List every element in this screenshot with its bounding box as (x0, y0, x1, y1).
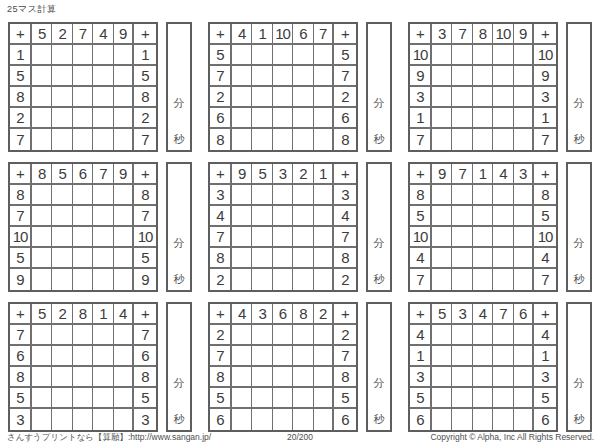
answer-cell[interactable] (273, 367, 293, 388)
minutes-label: 分 (368, 376, 390, 391)
answer-cell[interactable] (252, 227, 272, 248)
answer-cell[interactable] (293, 206, 313, 227)
row-label-cell: 7 (534, 129, 556, 150)
answer-cell[interactable] (232, 129, 252, 150)
answer-cell[interactable] (73, 87, 93, 108)
answer-cell[interactable] (314, 227, 334, 248)
answer-cell[interactable] (452, 269, 472, 290)
answer-cell[interactable] (252, 206, 272, 227)
answer-cell[interactable] (273, 409, 293, 430)
row-label-cell: 2 (210, 269, 232, 290)
answer-cell[interactable] (293, 87, 313, 108)
answer-cell[interactable] (452, 325, 472, 346)
row-label-cell: 5 (334, 45, 356, 66)
answer-cell[interactable] (514, 108, 534, 129)
answer-cell[interactable] (273, 206, 293, 227)
operator-cell: + (334, 304, 356, 325)
answer-cell[interactable] (314, 346, 334, 367)
header-cell: 5 (32, 304, 52, 325)
answer-cell[interactable] (232, 108, 252, 129)
answer-cell[interactable] (93, 367, 113, 388)
answer-cell[interactable] (432, 367, 452, 388)
row-label-cell: 2 (334, 269, 356, 290)
answer-cell[interactable] (493, 206, 513, 227)
answer-cell[interactable] (252, 108, 272, 129)
answer-cell[interactable] (73, 206, 93, 227)
calc-block-4: +85679+887710105599分秒 (8, 162, 200, 292)
answer-cell[interactable] (432, 388, 452, 409)
answer-cell[interactable] (493, 66, 513, 87)
answer-cell[interactable] (232, 388, 252, 409)
answer-cell[interactable] (114, 108, 134, 129)
answer-cell[interactable] (493, 269, 513, 290)
row-label-cell: 8 (134, 87, 156, 108)
answer-cell[interactable] (432, 129, 452, 150)
header-cell: 3 (273, 164, 293, 185)
row-label-cell: 4 (534, 248, 556, 269)
answer-cell[interactable] (52, 108, 72, 129)
answer-cell[interactable] (293, 185, 313, 206)
answer-cell[interactable] (32, 269, 52, 290)
row-label-cell: 10 (410, 45, 432, 66)
answer-cell[interactable] (73, 409, 93, 430)
answer-cell[interactable] (514, 129, 534, 150)
answer-cell[interactable] (52, 206, 72, 227)
answer-cell[interactable] (314, 45, 334, 66)
answer-cell[interactable] (432, 269, 452, 290)
answer-cell[interactable] (314, 206, 334, 227)
answer-cell[interactable] (273, 185, 293, 206)
minutes-label: 分 (168, 236, 190, 251)
answer-cell[interactable] (73, 367, 93, 388)
answer-cell[interactable] (232, 269, 252, 290)
answer-cell[interactable] (493, 388, 513, 409)
answer-cell[interactable] (514, 87, 534, 108)
answer-cell[interactable] (452, 367, 472, 388)
timer-box: 分秒 (566, 22, 592, 152)
answer-cell[interactable] (293, 129, 313, 150)
row-label-cell: 2 (210, 87, 232, 108)
seconds-label: 秒 (168, 412, 190, 427)
answer-cell[interactable] (93, 346, 113, 367)
answer-cell[interactable] (293, 388, 313, 409)
answer-cell[interactable] (232, 206, 252, 227)
answer-cell[interactable] (452, 227, 472, 248)
operator-cell: + (210, 164, 232, 185)
calc-grid-4: +85679+887710105599 (8, 162, 158, 292)
answer-cell[interactable] (452, 87, 472, 108)
answer-cell[interactable] (114, 66, 134, 87)
header-cell: 6 (73, 164, 93, 185)
answer-cell[interactable] (432, 45, 452, 66)
answer-cell[interactable] (73, 45, 93, 66)
answer-cell[interactable] (252, 388, 272, 409)
answer-cell[interactable] (473, 206, 493, 227)
answer-cell[interactable] (73, 66, 93, 87)
row-label-cell: 8 (134, 367, 156, 388)
answer-cell[interactable] (432, 248, 452, 269)
row-label-cell: 6 (210, 108, 232, 129)
answer-cell[interactable] (514, 269, 534, 290)
answer-cell[interactable] (93, 45, 113, 66)
answer-cell[interactable] (52, 325, 72, 346)
row-label-cell: 3 (10, 409, 32, 430)
answer-cell[interactable] (32, 409, 52, 430)
answer-cell[interactable] (93, 269, 113, 290)
row-label-cell: 7 (210, 346, 232, 367)
answer-cell[interactable] (293, 108, 313, 129)
answer-cell[interactable] (73, 129, 93, 150)
row-label-cell: 5 (534, 388, 556, 409)
answer-cell[interactable] (73, 346, 93, 367)
answer-cell[interactable] (273, 388, 293, 409)
answer-cell[interactable] (273, 87, 293, 108)
answer-cell[interactable] (452, 248, 472, 269)
answer-cell[interactable] (32, 87, 52, 108)
answer-cell[interactable] (514, 248, 534, 269)
row-label-cell: 4 (410, 248, 432, 269)
row-label-cell: 6 (534, 409, 556, 430)
row-label-cell: 8 (10, 87, 32, 108)
answer-cell[interactable] (252, 66, 272, 87)
row-label-cell: 5 (10, 66, 32, 87)
answer-cell[interactable] (232, 66, 252, 87)
answer-cell[interactable] (32, 388, 52, 409)
answer-cell[interactable] (493, 108, 513, 129)
answer-cell[interactable] (252, 185, 272, 206)
answer-cell[interactable] (252, 409, 272, 430)
answer-cell[interactable] (293, 45, 313, 66)
answer-cell[interactable] (452, 388, 472, 409)
answer-cell[interactable] (314, 388, 334, 409)
answer-cell[interactable] (93, 388, 113, 409)
answer-cell[interactable] (52, 269, 72, 290)
calc-grid-3: +378109+101099331177 (408, 22, 558, 152)
answer-cell[interactable] (232, 325, 252, 346)
answer-cell[interactable] (93, 227, 113, 248)
answer-cell[interactable] (493, 227, 513, 248)
calc-block-3: +378109+101099331177分秒 (408, 22, 600, 152)
answer-cell[interactable] (452, 45, 472, 66)
answer-cell[interactable] (473, 248, 493, 269)
answer-cell[interactable] (252, 367, 272, 388)
row-label-cell: 10 (534, 45, 556, 66)
answer-cell[interactable] (93, 206, 113, 227)
row-label-cell: 8 (334, 367, 356, 388)
header-cell: 10 (273, 24, 293, 45)
answer-cell[interactable] (52, 129, 72, 150)
answer-cell[interactable] (314, 248, 334, 269)
answer-cell[interactable] (452, 185, 472, 206)
calc-block-7: +52814+7766885533分秒 (8, 302, 200, 432)
answer-cell[interactable] (114, 45, 134, 66)
answer-cell[interactable] (293, 346, 313, 367)
answer-cell[interactable] (32, 45, 52, 66)
answer-cell[interactable] (514, 45, 534, 66)
header-cell: 9 (114, 24, 134, 45)
answer-cell[interactable] (32, 367, 52, 388)
answer-cell[interactable] (452, 108, 472, 129)
answer-cell[interactable] (114, 325, 134, 346)
answer-cell[interactable] (93, 87, 113, 108)
answer-cell[interactable] (514, 227, 534, 248)
row-label-cell: 3 (534, 367, 556, 388)
answer-cell[interactable] (52, 409, 72, 430)
calc-block-5: +95321+3344778822分秒 (208, 162, 400, 292)
answer-cell[interactable] (314, 108, 334, 129)
answer-cell[interactable] (473, 269, 493, 290)
header-cell: 5 (252, 164, 272, 185)
answer-cell[interactable] (314, 269, 334, 290)
row-label-cell: 7 (334, 227, 356, 248)
answer-cell[interactable] (32, 227, 52, 248)
header-cell: 2 (52, 304, 72, 325)
answer-cell[interactable] (114, 87, 134, 108)
answer-cell[interactable] (473, 325, 493, 346)
calc-block-1: +52749+1155882277分秒 (8, 22, 200, 152)
answer-cell[interactable] (432, 346, 452, 367)
answer-cell[interactable] (32, 248, 52, 269)
answer-cell[interactable] (252, 325, 272, 346)
minutes-label: 分 (168, 376, 190, 391)
answer-cell[interactable] (73, 248, 93, 269)
operator-cell: + (410, 24, 432, 45)
answer-cell[interactable] (293, 325, 313, 346)
answer-cell[interactable] (114, 248, 134, 269)
seconds-label: 秒 (368, 272, 390, 287)
answer-cell[interactable] (232, 409, 252, 430)
answer-cell[interactable] (473, 409, 493, 430)
answer-cell[interactable] (432, 206, 452, 227)
answer-cell[interactable] (273, 346, 293, 367)
answer-cell[interactable] (473, 129, 493, 150)
answer-cell[interactable] (314, 325, 334, 346)
answer-cell[interactable] (273, 248, 293, 269)
answer-cell[interactable] (452, 409, 472, 430)
answer-cell[interactable] (93, 66, 113, 87)
answer-cell[interactable] (232, 87, 252, 108)
row-label-cell: 7 (210, 66, 232, 87)
minutes-label: 分 (568, 236, 590, 251)
row-label-cell: 10 (10, 227, 32, 248)
row-label-cell: 9 (10, 269, 32, 290)
row-label-cell: 3 (410, 87, 432, 108)
header-cell: 9 (432, 164, 452, 185)
answer-cell[interactable] (252, 269, 272, 290)
answer-cell[interactable] (432, 66, 452, 87)
answer-cell[interactable] (473, 388, 493, 409)
answer-cell[interactable] (273, 108, 293, 129)
answer-cell[interactable] (52, 367, 72, 388)
answer-cell[interactable] (52, 388, 72, 409)
answer-cell[interactable] (93, 108, 113, 129)
answer-cell[interactable] (73, 325, 93, 346)
header-cell: 1 (314, 164, 334, 185)
answer-cell[interactable] (114, 346, 134, 367)
answer-cell[interactable] (432, 325, 452, 346)
answer-cell[interactable] (93, 185, 113, 206)
answer-cell[interactable] (114, 388, 134, 409)
row-label-cell: 3 (210, 185, 232, 206)
answer-cell[interactable] (273, 325, 293, 346)
row-label-cell: 5 (210, 388, 232, 409)
row-label-cell: 7 (334, 66, 356, 87)
answer-cell[interactable] (52, 66, 72, 87)
answer-cell[interactable] (314, 129, 334, 150)
answer-cell[interactable] (252, 248, 272, 269)
answer-cell[interactable] (252, 87, 272, 108)
row-label-cell: 1 (410, 108, 432, 129)
answer-cell[interactable] (314, 66, 334, 87)
answer-cell[interactable] (52, 45, 72, 66)
answer-cell[interactable] (73, 388, 93, 409)
answer-cell[interactable] (493, 185, 513, 206)
answer-cell[interactable] (473, 367, 493, 388)
copyright-notice: Copyright © Alpha, Inc All Rights Reserv… (430, 432, 594, 442)
answer-cell[interactable] (252, 45, 272, 66)
answer-cell[interactable] (114, 269, 134, 290)
answer-cell[interactable] (52, 248, 72, 269)
answer-cell[interactable] (52, 227, 72, 248)
answer-cell[interactable] (93, 248, 113, 269)
answer-cell[interactable] (514, 346, 534, 367)
answer-cell[interactable] (514, 325, 534, 346)
answer-cell[interactable] (514, 367, 534, 388)
answer-cell[interactable] (493, 367, 513, 388)
answer-cell[interactable] (73, 269, 93, 290)
operator-cell: + (410, 304, 432, 325)
header-cell: 7 (314, 24, 334, 45)
answer-cell[interactable] (473, 185, 493, 206)
answer-cell[interactable] (32, 108, 52, 129)
worksheet-page: 25マス計算 +52749+1155882277分秒+411067+557722… (0, 0, 600, 446)
answer-cell[interactable] (32, 129, 52, 150)
answer-cell[interactable] (432, 409, 452, 430)
answer-cell[interactable] (232, 227, 252, 248)
answer-cell[interactable] (432, 87, 452, 108)
answer-cell[interactable] (514, 185, 534, 206)
answer-cell[interactable] (232, 346, 252, 367)
answer-cell[interactable] (452, 206, 472, 227)
answer-cell[interactable] (273, 227, 293, 248)
answer-cell[interactable] (232, 185, 252, 206)
answer-cell[interactable] (114, 129, 134, 150)
timer-box: 分秒 (166, 302, 192, 432)
answer-cell[interactable] (493, 409, 513, 430)
answer-cell[interactable] (32, 325, 52, 346)
answer-cell[interactable] (293, 227, 313, 248)
answer-cell[interactable] (314, 367, 334, 388)
answer-cell[interactable] (273, 66, 293, 87)
answer-cell[interactable] (93, 325, 113, 346)
answer-cell[interactable] (52, 346, 72, 367)
row-label-cell: 8 (334, 248, 356, 269)
answer-cell[interactable] (293, 409, 313, 430)
calc-grid-5: +95321+3344778822 (208, 162, 358, 292)
answer-cell[interactable] (293, 269, 313, 290)
header-cell: 5 (52, 164, 72, 185)
answer-cell[interactable] (52, 185, 72, 206)
answer-cell[interactable] (273, 269, 293, 290)
row-label-cell: 5 (210, 45, 232, 66)
answer-cell[interactable] (473, 87, 493, 108)
answer-cell[interactable] (432, 108, 452, 129)
row-label-cell: 7 (334, 346, 356, 367)
answer-cell[interactable] (514, 206, 534, 227)
header-cell: 9 (514, 24, 534, 45)
answer-cell[interactable] (32, 66, 52, 87)
answer-cell[interactable] (493, 87, 513, 108)
answer-cell[interactable] (32, 206, 52, 227)
row-label-cell: 1 (134, 45, 156, 66)
answer-cell[interactable] (232, 45, 252, 66)
seconds-label: 秒 (568, 412, 590, 427)
answer-cell[interactable] (473, 346, 493, 367)
answer-cell[interactable] (493, 325, 513, 346)
answer-cell[interactable] (273, 45, 293, 66)
answer-cell[interactable] (473, 66, 493, 87)
answer-cell[interactable] (273, 129, 293, 150)
answer-cell[interactable] (114, 206, 134, 227)
answer-cell[interactable] (32, 185, 52, 206)
header-cell: 4 (114, 304, 134, 325)
answer-cell[interactable] (114, 367, 134, 388)
answer-cell[interactable] (73, 227, 93, 248)
answer-cell[interactable] (314, 185, 334, 206)
answer-cell[interactable] (514, 66, 534, 87)
answer-cell[interactable] (293, 248, 313, 269)
answer-cell[interactable] (473, 227, 493, 248)
answer-cell[interactable] (514, 409, 534, 430)
answer-cell[interactable] (252, 129, 272, 150)
answer-cell[interactable] (32, 346, 52, 367)
row-label-cell: 5 (10, 248, 32, 269)
answer-cell[interactable] (473, 108, 493, 129)
answer-cell[interactable] (493, 129, 513, 150)
answer-cell[interactable] (114, 409, 134, 430)
answer-cell[interactable] (473, 45, 493, 66)
answer-cell[interactable] (432, 227, 452, 248)
answer-cell[interactable] (493, 248, 513, 269)
answer-cell[interactable] (52, 87, 72, 108)
answer-cell[interactable] (452, 66, 472, 87)
answer-cell[interactable] (452, 129, 472, 150)
row-label-cell: 5 (134, 388, 156, 409)
answer-cell[interactable] (432, 185, 452, 206)
calc-grid-1: +52749+1155882277 (8, 22, 158, 152)
answer-cell[interactable] (232, 367, 252, 388)
answer-cell[interactable] (73, 185, 93, 206)
row-label-cell: 8 (10, 185, 32, 206)
answer-cell[interactable] (314, 409, 334, 430)
answer-cell[interactable] (493, 45, 513, 66)
row-label-cell: 4 (334, 206, 356, 227)
answer-cell[interactable] (293, 66, 313, 87)
answer-cell[interactable] (493, 346, 513, 367)
answer-cell[interactable] (93, 409, 113, 430)
answer-cell[interactable] (252, 346, 272, 367)
answer-cell[interactable] (452, 346, 472, 367)
answer-cell[interactable] (314, 87, 334, 108)
answer-cell[interactable] (114, 185, 134, 206)
answer-cell[interactable] (232, 248, 252, 269)
timer-box: 分秒 (366, 302, 392, 432)
answer-cell[interactable] (114, 227, 134, 248)
answer-cell[interactable] (93, 129, 113, 150)
answer-cell[interactable] (514, 388, 534, 409)
answer-cell[interactable] (73, 108, 93, 129)
answer-cell[interactable] (293, 367, 313, 388)
